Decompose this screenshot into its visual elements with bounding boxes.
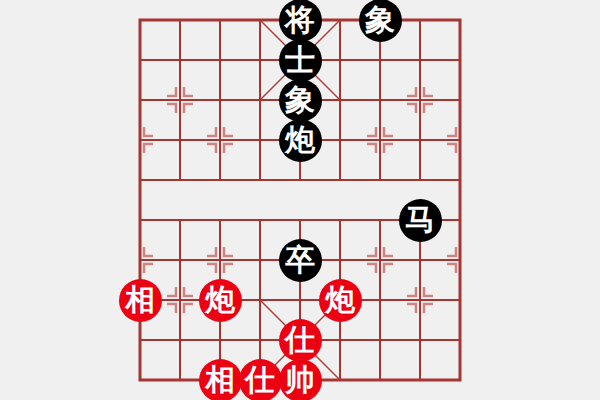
piece-black-advisor-e[interactable]: 士 — [279, 39, 322, 82]
piece-red-elephant-a[interactable]: 相 — [119, 279, 162, 322]
piece-black-horse-h[interactable]: 马 — [399, 199, 442, 242]
piece-black-elephant-g[interactable]: 象 — [359, 0, 402, 42]
piece-red-advisor-e[interactable]: 仕 — [279, 319, 322, 362]
piece-red-general[interactable]: 帅 — [279, 359, 322, 400]
board-grid[interactable]: 将象士象炮马卒相炮炮仕相仕帅 — [120, 0, 480, 400]
xiangqi-board-area: 将象士象炮马卒相炮炮仕相仕帅 — [0, 0, 600, 400]
piece-red-cannon-c[interactable]: 炮 — [199, 279, 242, 322]
piece-black-cannon-e[interactable]: 炮 — [279, 119, 322, 162]
piece-red-elephant-c[interactable]: 相 — [199, 359, 242, 400]
piece-red-advisor-d[interactable]: 仕 — [239, 359, 282, 400]
piece-red-cannon-f[interactable]: 炮 — [319, 279, 362, 322]
piece-black-elephant-e[interactable]: 象 — [279, 79, 322, 122]
piece-black-soldier-e[interactable]: 卒 — [279, 239, 322, 282]
piece-black-general[interactable]: 将 — [279, 0, 322, 42]
